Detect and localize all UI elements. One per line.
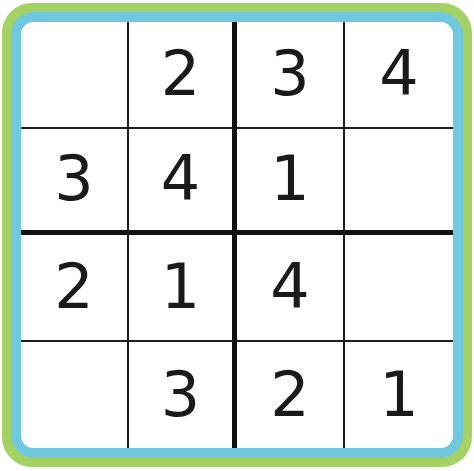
cell-r3c3: 4: [237, 235, 345, 342]
cell-r4c2: 3: [129, 342, 237, 449]
cell-r1c2: 2: [129, 22, 237, 129]
cell-r1c1[interactable]: [21, 22, 129, 129]
cell-r4c4: 1: [345, 342, 453, 449]
cell-r3c2: 1: [129, 235, 237, 342]
outer-green-frame: 2 3 4 3 4 1 2 1 4 3 2 1: [2, 3, 472, 467]
cell-r2c2: 4: [129, 129, 237, 236]
sudoku-grid: 2 3 4 3 4 1 2 1 4 3 2 1: [21, 22, 453, 448]
cell-r2c3: 1: [237, 129, 345, 236]
cell-r1c3: 3: [237, 22, 345, 129]
cell-r3c4[interactable]: [345, 235, 453, 342]
cell-r4c3: 2: [237, 342, 345, 449]
sudoku-page: 2 3 4 3 4 1 2 1 4 3 2 1: [0, 0, 474, 471]
cell-r3c1: 2: [21, 235, 129, 342]
cell-r2c4[interactable]: [345, 129, 453, 236]
cell-r1c4: 4: [345, 22, 453, 129]
inner-cyan-frame: 2 3 4 3 4 1 2 1 4 3 2 1: [11, 12, 463, 458]
cell-r2c1: 3: [21, 129, 129, 236]
cell-r4c1[interactable]: [21, 342, 129, 449]
